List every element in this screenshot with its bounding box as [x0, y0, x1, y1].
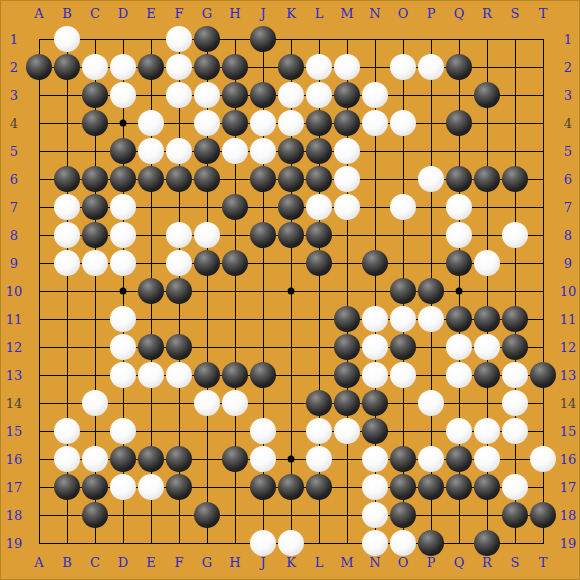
black-stone-J3 — [250, 82, 276, 108]
black-stone-L5 — [306, 138, 332, 164]
row-label-left-13: 13 — [6, 369, 23, 382]
row-label-right-14: 14 — [560, 397, 577, 410]
column-label-top-D: D — [118, 7, 128, 20]
black-stone-F12 — [166, 334, 192, 360]
black-stone-R13 — [474, 362, 500, 388]
black-stone-E6 — [138, 166, 164, 192]
black-stone-S11 — [502, 306, 528, 332]
black-stone-K6 — [278, 166, 304, 192]
column-label-bottom-A: A — [34, 556, 43, 569]
white-stone-C16 — [82, 446, 108, 472]
row-label-left-17: 17 — [6, 481, 23, 494]
white-stone-C14 — [82, 390, 108, 416]
white-stone-N4 — [362, 110, 388, 136]
white-stone-D9 — [110, 250, 136, 276]
white-stone-K4 — [278, 110, 304, 136]
black-stone-B17 — [54, 474, 80, 500]
white-stone-N17 — [362, 474, 388, 500]
black-stone-C3 — [82, 82, 108, 108]
row-label-left-6: 6 — [10, 173, 18, 186]
white-stone-P11 — [418, 306, 444, 332]
black-stone-N9 — [362, 250, 388, 276]
row-label-right-3: 3 — [564, 89, 572, 102]
column-label-top-R: R — [482, 7, 492, 20]
white-stone-J5 — [250, 138, 276, 164]
column-label-bottom-H: H — [229, 556, 240, 569]
white-stone-F13 — [166, 362, 192, 388]
row-label-right-6: 6 — [564, 173, 572, 186]
white-stone-S14 — [502, 390, 528, 416]
black-stone-T13 — [530, 362, 556, 388]
row-label-right-15: 15 — [560, 425, 577, 438]
column-label-top-B: B — [62, 7, 72, 20]
black-stone-G6 — [194, 166, 220, 192]
white-stone-M15 — [334, 418, 360, 444]
column-label-top-O: O — [398, 7, 409, 20]
black-stone-L8 — [306, 222, 332, 248]
black-stone-D6 — [110, 166, 136, 192]
column-label-top-Q: Q — [454, 7, 465, 20]
black-stone-B2 — [54, 54, 80, 80]
white-stone-M6 — [334, 166, 360, 192]
black-stone-F17 — [166, 474, 192, 500]
grid-line-vertical — [515, 39, 516, 544]
white-stone-B7 — [54, 194, 80, 220]
column-label-bottom-G: G — [202, 556, 212, 569]
black-stone-K2 — [278, 54, 304, 80]
black-stone-R3 — [474, 82, 500, 108]
white-stone-D7 — [110, 194, 136, 220]
white-stone-E5 — [138, 138, 164, 164]
white-stone-F8 — [166, 222, 192, 248]
column-label-top-L: L — [315, 7, 324, 20]
grid-line-horizontal — [39, 403, 544, 404]
black-stone-D16 — [110, 446, 136, 472]
white-stone-F3 — [166, 82, 192, 108]
white-stone-N18 — [362, 502, 388, 528]
white-stone-B1 — [54, 26, 80, 52]
black-stone-D5 — [110, 138, 136, 164]
black-stone-G5 — [194, 138, 220, 164]
white-stone-G3 — [194, 82, 220, 108]
black-stone-M11 — [334, 306, 360, 332]
star-point-K10 — [288, 288, 295, 295]
grid-line-horizontal — [39, 515, 544, 516]
row-label-left-10: 10 — [6, 285, 23, 298]
white-stone-B16 — [54, 446, 80, 472]
star-point-Q10 — [456, 288, 463, 295]
black-stone-E16 — [138, 446, 164, 472]
white-stone-Q15 — [446, 418, 472, 444]
black-stone-K7 — [278, 194, 304, 220]
column-label-top-P: P — [427, 7, 436, 20]
black-stone-M3 — [334, 82, 360, 108]
white-stone-L2 — [306, 54, 332, 80]
column-label-bottom-D: D — [118, 556, 128, 569]
column-label-top-J: J — [260, 7, 265, 20]
row-label-left-2: 2 — [10, 61, 18, 74]
column-label-top-M: M — [340, 7, 353, 20]
black-stone-A2 — [26, 54, 52, 80]
white-stone-D3 — [110, 82, 136, 108]
column-label-bottom-M: M — [340, 556, 353, 569]
white-stone-D13 — [110, 362, 136, 388]
row-label-left-5: 5 — [10, 145, 18, 158]
black-stone-L14 — [306, 390, 332, 416]
white-stone-Q7 — [446, 194, 472, 220]
black-stone-G9 — [194, 250, 220, 276]
row-label-left-4: 4 — [10, 117, 18, 130]
row-label-left-8: 8 — [10, 229, 18, 242]
white-stone-B15 — [54, 418, 80, 444]
white-stone-N12 — [362, 334, 388, 360]
white-stone-H5 — [222, 138, 248, 164]
black-stone-E2 — [138, 54, 164, 80]
white-stone-P6 — [418, 166, 444, 192]
white-stone-D15 — [110, 418, 136, 444]
black-stone-G18 — [194, 502, 220, 528]
white-stone-D17 — [110, 474, 136, 500]
column-label-bottom-S: S — [511, 556, 520, 569]
column-label-bottom-Q: Q — [454, 556, 465, 569]
black-stone-Q9 — [446, 250, 472, 276]
black-stone-C7 — [82, 194, 108, 220]
black-stone-K5 — [278, 138, 304, 164]
white-stone-R9 — [474, 250, 500, 276]
white-stone-P2 — [418, 54, 444, 80]
black-stone-L4 — [306, 110, 332, 136]
row-label-right-11: 11 — [560, 313, 577, 326]
black-stone-O10 — [390, 278, 416, 304]
black-stone-K17 — [278, 474, 304, 500]
column-label-bottom-J: J — [260, 556, 265, 569]
black-stone-H7 — [222, 194, 248, 220]
white-stone-E13 — [138, 362, 164, 388]
white-stone-C9 — [82, 250, 108, 276]
white-stone-M5 — [334, 138, 360, 164]
column-label-bottom-K: K — [286, 556, 296, 569]
column-label-bottom-L: L — [315, 556, 324, 569]
column-label-bottom-B: B — [62, 556, 72, 569]
white-stone-O13 — [390, 362, 416, 388]
column-label-top-K: K — [286, 7, 296, 20]
black-stone-H4 — [222, 110, 248, 136]
black-stone-M4 — [334, 110, 360, 136]
white-stone-F5 — [166, 138, 192, 164]
black-stone-S18 — [502, 502, 528, 528]
white-stone-O7 — [390, 194, 416, 220]
row-label-left-1: 1 — [10, 33, 18, 46]
row-label-right-10: 10 — [560, 285, 577, 298]
black-stone-M13 — [334, 362, 360, 388]
white-stone-D12 — [110, 334, 136, 360]
white-stone-T16 — [530, 446, 556, 472]
row-label-left-14: 14 — [6, 397, 23, 410]
black-stone-C18 — [82, 502, 108, 528]
star-point-D10 — [120, 288, 127, 295]
black-stone-S6 — [502, 166, 528, 192]
white-stone-R16 — [474, 446, 500, 472]
black-stone-J13 — [250, 362, 276, 388]
white-stone-E17 — [138, 474, 164, 500]
black-stone-P10 — [418, 278, 444, 304]
white-stone-S15 — [502, 418, 528, 444]
white-stone-N19 — [362, 530, 388, 556]
white-stone-J19 — [250, 530, 276, 556]
row-label-left-15: 15 — [6, 425, 23, 438]
white-stone-P14 — [418, 390, 444, 416]
column-label-bottom-P: P — [427, 556, 436, 569]
black-stone-G1 — [194, 26, 220, 52]
black-stone-E10 — [138, 278, 164, 304]
column-label-top-A: A — [34, 7, 43, 20]
row-label-right-5: 5 — [564, 145, 572, 158]
white-stone-M7 — [334, 194, 360, 220]
white-stone-G8 — [194, 222, 220, 248]
row-label-right-2: 2 — [564, 61, 572, 74]
star-point-K16 — [288, 456, 295, 463]
white-stone-L16 — [306, 446, 332, 472]
row-label-right-18: 18 — [560, 509, 577, 522]
black-stone-N14 — [362, 390, 388, 416]
white-stone-G4 — [194, 110, 220, 136]
black-stone-B6 — [54, 166, 80, 192]
black-stone-L17 — [306, 474, 332, 500]
black-stone-F6 — [166, 166, 192, 192]
white-stone-J4 — [250, 110, 276, 136]
black-stone-R19 — [474, 530, 500, 556]
row-label-right-19: 19 — [560, 537, 577, 550]
column-label-bottom-O: O — [398, 556, 409, 569]
black-stone-Q17 — [446, 474, 472, 500]
black-stone-L9 — [306, 250, 332, 276]
black-stone-O18 — [390, 502, 416, 528]
black-stone-Q16 — [446, 446, 472, 472]
row-label-left-19: 19 — [6, 537, 23, 550]
black-stone-M12 — [334, 334, 360, 360]
black-stone-Q4 — [446, 110, 472, 136]
black-stone-J1 — [250, 26, 276, 52]
white-stone-L3 — [306, 82, 332, 108]
row-label-right-8: 8 — [564, 229, 572, 242]
black-stone-Q11 — [446, 306, 472, 332]
star-point-D4 — [120, 120, 127, 127]
white-stone-D2 — [110, 54, 136, 80]
black-stone-J8 — [250, 222, 276, 248]
column-label-bottom-E: E — [146, 556, 156, 569]
white-stone-S13 — [502, 362, 528, 388]
black-stone-J6 — [250, 166, 276, 192]
column-label-bottom-R: R — [482, 556, 492, 569]
white-stone-E4 — [138, 110, 164, 136]
black-stone-H16 — [222, 446, 248, 472]
black-stone-O17 — [390, 474, 416, 500]
go-board[interactable]: AABBCCDDEEFFGGHHJJKKLLMMNNOOPPQQRRSSTT11… — [0, 0, 580, 580]
column-label-bottom-C: C — [90, 556, 100, 569]
column-label-top-G: G — [202, 7, 212, 20]
black-stone-M14 — [334, 390, 360, 416]
white-stone-K19 — [278, 530, 304, 556]
row-label-left-12: 12 — [6, 341, 23, 354]
column-label-bottom-T: T — [539, 556, 548, 569]
row-label-right-12: 12 — [560, 341, 577, 354]
black-stone-N15 — [362, 418, 388, 444]
row-label-left-3: 3 — [10, 89, 18, 102]
white-stone-O19 — [390, 530, 416, 556]
column-label-top-N: N — [369, 7, 380, 20]
white-stone-C2 — [82, 54, 108, 80]
white-stone-M2 — [334, 54, 360, 80]
black-stone-R6 — [474, 166, 500, 192]
white-stone-G14 — [194, 390, 220, 416]
black-stone-G13 — [194, 362, 220, 388]
white-stone-J15 — [250, 418, 276, 444]
white-stone-K3 — [278, 82, 304, 108]
white-stone-Q13 — [446, 362, 472, 388]
white-stone-B8 — [54, 222, 80, 248]
black-stone-H9 — [222, 250, 248, 276]
black-stone-J17 — [250, 474, 276, 500]
black-stone-C17 — [82, 474, 108, 500]
black-stone-H3 — [222, 82, 248, 108]
row-label-right-16: 16 — [560, 453, 577, 466]
row-label-left-16: 16 — [6, 453, 23, 466]
black-stone-G2 — [194, 54, 220, 80]
white-stone-F2 — [166, 54, 192, 80]
black-stone-Q2 — [446, 54, 472, 80]
black-stone-S12 — [502, 334, 528, 360]
black-stone-O16 — [390, 446, 416, 472]
black-stone-K8 — [278, 222, 304, 248]
black-stone-C8 — [82, 222, 108, 248]
white-stone-N13 — [362, 362, 388, 388]
white-stone-S17 — [502, 474, 528, 500]
white-stone-Q8 — [446, 222, 472, 248]
white-stone-R12 — [474, 334, 500, 360]
column-label-bottom-N: N — [369, 556, 380, 569]
black-stone-P17 — [418, 474, 444, 500]
column-label-top-T: T — [539, 7, 548, 20]
row-label-right-4: 4 — [564, 117, 572, 130]
row-label-left-7: 7 — [10, 201, 18, 214]
white-stone-O4 — [390, 110, 416, 136]
black-stone-F16 — [166, 446, 192, 472]
white-stone-N3 — [362, 82, 388, 108]
white-stone-D11 — [110, 306, 136, 332]
white-stone-P16 — [418, 446, 444, 472]
row-label-right-7: 7 — [564, 201, 572, 214]
white-stone-J16 — [250, 446, 276, 472]
white-stone-F1 — [166, 26, 192, 52]
black-stone-H13 — [222, 362, 248, 388]
white-stone-H14 — [222, 390, 248, 416]
black-stone-C4 — [82, 110, 108, 136]
column-label-top-E: E — [146, 7, 156, 20]
column-label-bottom-F: F — [174, 556, 183, 569]
row-label-right-1: 1 — [564, 33, 572, 46]
black-stone-Q6 — [446, 166, 472, 192]
white-stone-F9 — [166, 250, 192, 276]
white-stone-L15 — [306, 418, 332, 444]
black-stone-O12 — [390, 334, 416, 360]
white-stone-O11 — [390, 306, 416, 332]
black-stone-T18 — [530, 502, 556, 528]
white-stone-R15 — [474, 418, 500, 444]
white-stone-L7 — [306, 194, 332, 220]
white-stone-Q12 — [446, 334, 472, 360]
row-label-left-18: 18 — [6, 509, 23, 522]
black-stone-R11 — [474, 306, 500, 332]
column-label-top-H: H — [229, 7, 240, 20]
black-stone-P19 — [418, 530, 444, 556]
white-stone-O2 — [390, 54, 416, 80]
row-label-right-17: 17 — [560, 481, 577, 494]
row-label-right-13: 13 — [560, 369, 577, 382]
column-label-top-C: C — [90, 7, 100, 20]
black-stone-H2 — [222, 54, 248, 80]
row-label-right-9: 9 — [564, 257, 572, 270]
white-stone-S8 — [502, 222, 528, 248]
column-label-top-S: S — [511, 7, 520, 20]
row-label-left-9: 9 — [10, 257, 18, 270]
black-stone-E12 — [138, 334, 164, 360]
black-stone-L6 — [306, 166, 332, 192]
white-stone-B9 — [54, 250, 80, 276]
row-label-left-11: 11 — [6, 313, 23, 326]
black-stone-R17 — [474, 474, 500, 500]
white-stone-D8 — [110, 222, 136, 248]
white-stone-N16 — [362, 446, 388, 472]
black-stone-F10 — [166, 278, 192, 304]
column-label-top-F: F — [174, 7, 183, 20]
white-stone-N11 — [362, 306, 388, 332]
black-stone-C6 — [82, 166, 108, 192]
